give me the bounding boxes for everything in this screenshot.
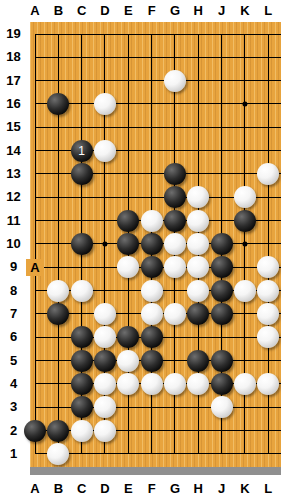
- coord-left-19: 19: [0, 26, 27, 42]
- star-point-K16: [242, 101, 247, 106]
- white-stone-D7: [94, 303, 116, 325]
- black-stone-B2: [47, 420, 69, 442]
- black-stone-C6: [71, 326, 93, 348]
- black-stone-C10: [71, 233, 93, 255]
- coord-bottom-J: J: [211, 481, 233, 497]
- coord-top-A: A: [24, 3, 46, 19]
- coord-bottom-L: L: [257, 481, 279, 497]
- coord-left-16: 16: [0, 96, 27, 112]
- black-stone-C3: [71, 396, 93, 418]
- star-point-K10: [242, 241, 247, 246]
- coord-top-H: H: [187, 3, 209, 19]
- black-stone-C5: [71, 350, 93, 372]
- black-stone-H5: [187, 350, 209, 372]
- coord-left-3: 3: [0, 399, 27, 415]
- black-stone-K11: [234, 210, 256, 232]
- white-stone-G17: [164, 70, 186, 92]
- coord-left-6: 6: [0, 329, 27, 345]
- coord-top-K: K: [234, 3, 256, 19]
- coord-left-1: 1: [0, 446, 27, 462]
- white-stone-D16: [94, 93, 116, 115]
- white-stone-D14: [94, 140, 116, 162]
- white-stone-B8: [47, 280, 69, 302]
- white-stone-C2: [71, 420, 93, 442]
- black-stone-J10: [211, 233, 233, 255]
- coord-bottom-C: C: [71, 481, 93, 497]
- white-stone-F7: [141, 303, 163, 325]
- black-stone-J4: [211, 373, 233, 395]
- coord-left-15: 15: [0, 119, 27, 135]
- coord-bottom-A: A: [24, 481, 46, 497]
- coord-left-5: 5: [0, 353, 27, 369]
- black-stone-A2: [24, 420, 46, 442]
- coord-top-J: J: [211, 3, 233, 19]
- star-point-D10: [102, 241, 107, 246]
- white-stone-D4: [94, 373, 116, 395]
- black-stone-G11: [164, 210, 186, 232]
- go-board[interactable]: A1: [30, 22, 281, 467]
- coord-bottom-D: D: [94, 481, 116, 497]
- coord-top-C: C: [71, 3, 93, 19]
- coord-top-E: E: [117, 3, 139, 19]
- coord-top-G: G: [164, 3, 186, 19]
- black-stone-J7: [211, 303, 233, 325]
- coord-left-10: 10: [0, 236, 27, 252]
- black-stone-J5: [211, 350, 233, 372]
- coord-left-8: 8: [0, 283, 27, 299]
- coord-bottom-F: F: [141, 481, 163, 497]
- white-stone-J3: [211, 396, 233, 418]
- white-stone-G7: [164, 303, 186, 325]
- coord-left-18: 18: [0, 49, 27, 65]
- white-stone-K4: [234, 373, 256, 395]
- white-stone-K8: [234, 280, 256, 302]
- coord-left-2: 2: [0, 423, 27, 439]
- black-stone-F9: [141, 256, 163, 278]
- coord-bottom-G: G: [164, 481, 186, 497]
- coord-left-14: 14: [0, 143, 27, 159]
- coord-left-7: 7: [0, 306, 27, 322]
- black-stone-J8: [211, 280, 233, 302]
- black-stone-C13: [71, 163, 93, 185]
- black-stone-C14: [71, 140, 93, 162]
- coord-top-F: F: [141, 3, 163, 19]
- coord-left-4: 4: [0, 376, 27, 392]
- coord-bottom-E: E: [117, 481, 139, 497]
- coord-top-L: L: [257, 3, 279, 19]
- coord-top-D: D: [94, 3, 116, 19]
- white-stone-L8: [257, 280, 279, 302]
- coord-left-12: 12: [0, 189, 27, 205]
- black-stone-F6: [141, 326, 163, 348]
- black-stone-F10: [141, 233, 163, 255]
- coord-bottom-K: K: [234, 481, 256, 497]
- white-stone-F8: [141, 280, 163, 302]
- white-stone-E5: [117, 350, 139, 372]
- coord-left-17: 17: [0, 73, 27, 89]
- black-stone-D5: [94, 350, 116, 372]
- black-stone-G13: [164, 163, 186, 185]
- white-stone-H11: [187, 210, 209, 232]
- coord-top-B: B: [47, 3, 69, 19]
- white-stone-H8: [187, 280, 209, 302]
- coord-left-11: 11: [0, 213, 27, 229]
- board-label-A9: A: [26, 259, 44, 276]
- white-stone-C8: [71, 280, 93, 302]
- coord-bottom-B: B: [47, 481, 69, 497]
- white-stone-D2: [94, 420, 116, 442]
- coord-left-13: 13: [0, 166, 27, 182]
- white-stone-G4: [164, 373, 186, 395]
- go-board-viewer: A1 ABCDEFGHJKLABCDEFGHJKL191817161514131…: [0, 0, 281, 500]
- white-stone-F11: [141, 210, 163, 232]
- board-bottom-edge: [30, 467, 281, 475]
- white-stone-F4: [141, 373, 163, 395]
- coord-bottom-H: H: [187, 481, 209, 497]
- white-stone-G10: [164, 233, 186, 255]
- black-stone-C4: [71, 373, 93, 395]
- black-stone-F5: [141, 350, 163, 372]
- black-stone-E11: [117, 210, 139, 232]
- coord-left-9: 9: [0, 259, 27, 275]
- black-stone-J9: [211, 256, 233, 278]
